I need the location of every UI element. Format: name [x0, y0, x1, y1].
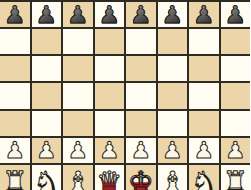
square-f1[interactable]: ♝: [158, 165, 188, 190]
square-c7[interactable]: ♟: [63, 2, 93, 27]
royal-robe-overlay: ♛: [96, 168, 122, 190]
square-a7[interactable]: ♟: [0, 2, 30, 27]
square-f5[interactable]: [158, 56, 188, 81]
white-pawn-piece[interactable]: ♟: [67, 139, 88, 162]
white-pawn-piece[interactable]: ♟: [99, 139, 120, 162]
white-bishop-piece[interactable]: ♝: [159, 168, 185, 190]
square-f3[interactable]: [158, 111, 188, 136]
square-h3[interactable]: [221, 111, 251, 136]
square-b1[interactable]: ♞: [32, 165, 62, 190]
square-g3[interactable]: [189, 111, 219, 136]
square-a6[interactable]: [0, 29, 30, 54]
square-c2[interactable]: ♟: [63, 138, 93, 163]
white-pawn-piece[interactable]: ♟: [4, 139, 25, 162]
black-pawn-piece[interactable]: ♟: [98, 3, 120, 27]
square-d1[interactable]: ♛♛: [95, 165, 125, 190]
white-knight-piece[interactable]: ♞: [191, 168, 217, 190]
white-queen-piece[interactable]: ♛♛: [96, 168, 122, 190]
black-pawn-piece[interactable]: ♟: [4, 3, 26, 27]
square-h4[interactable]: [221, 83, 251, 108]
black-pawn-piece[interactable]: ♟: [193, 3, 215, 27]
square-b7[interactable]: ♟: [32, 2, 62, 27]
square-e4[interactable]: [126, 83, 156, 108]
square-f2[interactable]: ♟: [158, 138, 188, 163]
square-g7[interactable]: ♟: [189, 2, 219, 27]
white-pawn-piece[interactable]: ♟: [162, 139, 183, 162]
square-f6[interactable]: [158, 29, 188, 54]
square-d2[interactable]: ♟: [95, 138, 125, 163]
square-e7[interactable]: ♟: [126, 2, 156, 27]
square-f7[interactable]: ♟: [158, 2, 188, 27]
chess-board: ♟♟♟♟♟♟♟♟♟♟♟♟♟♟♟♟♜♞♝♛♛♚♚♝♞♜: [0, 0, 250, 190]
white-king-piece[interactable]: ♚♚: [128, 168, 154, 190]
square-d4[interactable]: [95, 83, 125, 108]
white-bishop-piece[interactable]: ♝: [65, 168, 91, 190]
square-d6[interactable]: [95, 29, 125, 54]
square-g2[interactable]: ♟: [189, 138, 219, 163]
square-h7[interactable]: ♟: [221, 2, 251, 27]
square-h5[interactable]: [221, 56, 251, 81]
white-pawn-piece[interactable]: ♟: [36, 139, 57, 162]
square-f4[interactable]: [158, 83, 188, 108]
black-pawn-piece[interactable]: ♟: [35, 3, 57, 27]
square-a2[interactable]: ♟: [0, 138, 30, 163]
square-g5[interactable]: [189, 56, 219, 81]
square-c3[interactable]: [63, 111, 93, 136]
square-h6[interactable]: [221, 29, 251, 54]
square-d5[interactable]: [95, 56, 125, 81]
square-a1[interactable]: ♜: [0, 165, 30, 190]
square-a4[interactable]: [0, 83, 30, 108]
square-d7[interactable]: ♟: [95, 2, 125, 27]
square-d3[interactable]: [95, 111, 125, 136]
square-c4[interactable]: [63, 83, 93, 108]
black-pawn-piece[interactable]: ♟: [130, 3, 152, 27]
royal-robe-overlay: ♚: [128, 168, 154, 190]
square-a5[interactable]: [0, 56, 30, 81]
square-h2[interactable]: ♟: [221, 138, 251, 163]
square-e2[interactable]: ♟: [126, 138, 156, 163]
square-b2[interactable]: ♟: [32, 138, 62, 163]
black-pawn-piece[interactable]: ♟: [224, 3, 246, 27]
square-e5[interactable]: [126, 56, 156, 81]
square-h1[interactable]: ♜: [221, 165, 251, 190]
square-b5[interactable]: [32, 56, 62, 81]
square-e1[interactable]: ♚♚: [126, 165, 156, 190]
square-g6[interactable]: [189, 29, 219, 54]
white-pawn-piece[interactable]: ♟: [130, 139, 151, 162]
square-a3[interactable]: [0, 111, 30, 136]
white-knight-piece[interactable]: ♞: [33, 168, 59, 190]
white-rook-piece[interactable]: ♜: [222, 168, 248, 190]
white-rook-piece[interactable]: ♜: [2, 168, 28, 190]
square-b4[interactable]: [32, 83, 62, 108]
square-c6[interactable]: [63, 29, 93, 54]
white-pawn-piece[interactable]: ♟: [193, 139, 214, 162]
chess-app-window: ♟♟♟♟♟♟♟♟♟♟♟♟♟♟♟♟♜♞♝♛♛♚♚♝♞♜: [0, 0, 250, 190]
square-c1[interactable]: ♝: [63, 165, 93, 190]
square-b6[interactable]: [32, 29, 62, 54]
white-pawn-piece[interactable]: ♟: [225, 139, 246, 162]
square-b3[interactable]: [32, 111, 62, 136]
square-c5[interactable]: [63, 56, 93, 81]
square-e3[interactable]: [126, 111, 156, 136]
black-pawn-piece[interactable]: ♟: [67, 3, 89, 27]
square-g4[interactable]: [189, 83, 219, 108]
square-e6[interactable]: [126, 29, 156, 54]
black-pawn-piece[interactable]: ♟: [161, 3, 183, 27]
square-g1[interactable]: ♞: [189, 165, 219, 190]
